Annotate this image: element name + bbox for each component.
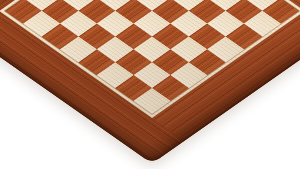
- chess-board: [0, 0, 300, 163]
- photo-background: [0, 0, 300, 169]
